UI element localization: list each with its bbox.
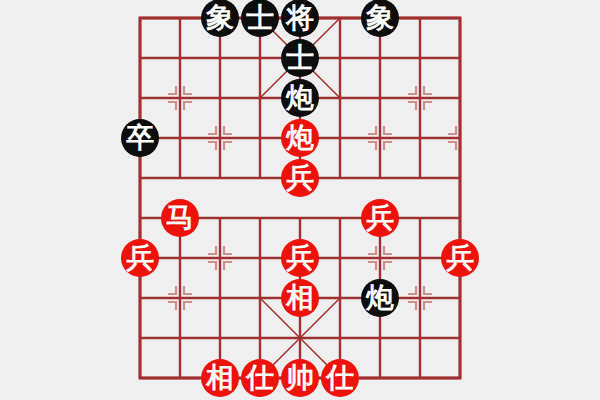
piece-red-soldier[interactable]: 兵 [281,159,319,197]
piece-glyph: 兵 [286,164,314,192]
piece-glyph: 兵 [366,204,394,232]
piece-black-soldier[interactable]: 卒 [121,119,159,157]
piece-glyph: 相 [286,284,314,312]
piece-glyph: 卒 [126,124,154,152]
piece-red-soldier[interactable]: 兵 [121,239,159,277]
piece-black-cannon[interactable]: 炮 [281,79,319,117]
piece-glyph: 象 [366,4,394,32]
piece-black-advisor[interactable]: 士 [241,0,279,37]
piece-red-horse[interactable]: 马 [161,199,199,237]
piece-black-general[interactable]: 将 [281,0,319,37]
pieces-layer: 象士将象士炮卒炮兵马兵兵兵兵相炮相仕帅仕 [0,0,600,400]
piece-black-elephant[interactable]: 象 [201,0,239,37]
piece-red-advisor[interactable]: 仕 [241,359,279,397]
piece-glyph: 兵 [126,244,154,272]
piece-glyph: 象 [206,4,234,32]
piece-glyph: 炮 [286,124,314,152]
piece-glyph: 将 [286,4,314,32]
piece-black-cannon[interactable]: 炮 [361,279,399,317]
piece-glyph: 士 [286,44,314,72]
piece-red-advisor[interactable]: 仕 [321,359,359,397]
piece-glyph: 炮 [286,84,314,112]
piece-glyph: 兵 [446,244,474,272]
piece-black-advisor[interactable]: 士 [281,39,319,77]
piece-glyph: 马 [166,204,194,232]
piece-red-elephant[interactable]: 相 [281,279,319,317]
piece-red-soldier[interactable]: 兵 [361,199,399,237]
xiangqi-board: 象士将象士炮卒炮兵马兵兵兵兵相炮相仕帅仕 [0,0,600,400]
piece-red-cannon[interactable]: 炮 [281,119,319,157]
piece-glyph: 炮 [366,284,394,312]
piece-glyph: 士 [246,4,274,32]
piece-glyph: 仕 [326,364,354,392]
piece-black-elephant[interactable]: 象 [361,0,399,37]
piece-red-general[interactable]: 帅 [281,359,319,397]
piece-glyph: 仕 [246,364,274,392]
piece-red-soldier[interactable]: 兵 [441,239,479,277]
piece-glyph: 相 [206,364,234,392]
piece-red-soldier[interactable]: 兵 [281,239,319,277]
piece-glyph: 兵 [286,244,314,272]
piece-glyph: 帅 [286,364,314,392]
piece-red-elephant[interactable]: 相 [201,359,239,397]
